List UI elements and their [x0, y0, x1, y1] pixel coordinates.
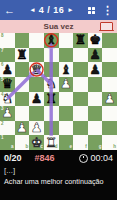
square-a5[interactable]: 5♛: [0, 77, 15, 92]
rank-label: 3: [1, 107, 4, 112]
square-a2[interactable]: 2: [0, 121, 15, 136]
file-label: e: [70, 145, 73, 150]
square-a6[interactable]: 6♟: [0, 62, 15, 77]
puzzle-counter: 4 / 16: [39, 5, 65, 15]
square-b1[interactable]: b: [15, 135, 30, 150]
piece-black-rook: ♜: [45, 92, 57, 106]
timer-group: 00:04: [79, 153, 113, 163]
square-h1[interactable]: h: [102, 135, 117, 150]
clock-icon: [79, 154, 88, 163]
square-f6[interactable]: [73, 62, 88, 77]
square-h6[interactable]: [102, 62, 117, 77]
score-counter: 0/20: [4, 153, 22, 163]
square-a3[interactable]: 3♟: [0, 106, 15, 121]
rank-label: 6: [1, 63, 4, 68]
square-h4[interactable]: ♟: [102, 92, 117, 107]
bottom-panel: 0/20 #846 00:04 [...] Achar uma melhor c…: [0, 150, 117, 200]
square-e7[interactable]: [59, 48, 74, 63]
square-b4[interactable]: [15, 92, 30, 107]
square-d2[interactable]: [44, 121, 59, 136]
square-e8[interactable]: [59, 33, 74, 48]
piece-white-knight: ♞: [45, 77, 57, 91]
moves-placeholder: [...]: [4, 166, 113, 175]
square-a8[interactable]: 8: [0, 33, 15, 48]
square-b2[interactable]: ♟: [15, 121, 30, 136]
engine-laptop-icon[interactable]: [100, 22, 113, 31]
piece-black-rook: ♜: [16, 48, 28, 62]
status-bar: Sua vez: [0, 20, 117, 33]
square-d5[interactable]: ♞: [44, 77, 59, 92]
square-f3[interactable]: [73, 106, 88, 121]
square-b8[interactable]: [15, 33, 30, 48]
square-g3[interactable]: [88, 106, 103, 121]
square-d3[interactable]: [44, 106, 59, 121]
file-label: h: [113, 145, 116, 150]
file-label: a: [11, 145, 14, 150]
rank-label: 7: [1, 49, 4, 54]
square-g2[interactable]: [88, 121, 103, 136]
square-g4[interactable]: [88, 92, 103, 107]
square-c5[interactable]: [29, 77, 44, 92]
square-a1[interactable]: 1a: [0, 135, 15, 150]
rank-label: 5: [1, 78, 4, 83]
square-e4[interactable]: [59, 92, 74, 107]
square-f1[interactable]: f: [73, 135, 88, 150]
rank-label: 2: [1, 122, 4, 127]
instruction-text: Achar uma melhor continuação: [4, 177, 113, 186]
square-e2[interactable]: [59, 121, 74, 136]
square-g1[interactable]: g: [88, 135, 103, 150]
square-c1[interactable]: c♚: [29, 135, 44, 150]
top-toolbar: ← ◄ 4 / 16 ► ⋮: [0, 0, 117, 20]
piece-white-pawn: ♟: [31, 121, 43, 135]
square-c6[interactable]: ♛: [29, 62, 44, 77]
square-f7[interactable]: [73, 48, 88, 63]
prev-puzzle-icon[interactable]: ◄: [29, 0, 35, 20]
square-g7[interactable]: ♟: [88, 48, 103, 63]
square-h5[interactable]: [102, 77, 117, 92]
puzzle-number: #846: [35, 153, 55, 163]
piece-black-pawn: ♟: [31, 92, 43, 106]
overflow-menu-icon[interactable]: ⋮: [102, 0, 113, 20]
piece-black-king: ♚: [89, 33, 101, 47]
square-h8[interactable]: [102, 33, 117, 48]
square-f4[interactable]: [73, 92, 88, 107]
back-arrow-icon[interactable]: ←: [4, 0, 15, 20]
piece-black-rook: ♜: [75, 33, 87, 47]
piece-white-queen: ♛: [31, 63, 43, 77]
square-d1[interactable]: d♜: [44, 135, 59, 150]
piece-black-bishop: ♝: [60, 63, 72, 77]
square-d7[interactable]: [44, 48, 59, 63]
chess-board: 8♝♜♚7♜♟6♟♛♝♟5♛♞♟4♞♟♜♟3♟2♟♟1abc♚d♜efgh: [0, 33, 117, 150]
square-g6[interactable]: ♟: [88, 62, 103, 77]
square-d4[interactable]: ♜: [44, 92, 59, 107]
square-f8[interactable]: ♜: [73, 33, 88, 48]
square-h7[interactable]: [102, 48, 117, 63]
square-e6[interactable]: ♝: [59, 62, 74, 77]
square-e3[interactable]: [59, 106, 74, 121]
square-g5[interactable]: [88, 77, 103, 92]
square-e1[interactable]: e: [59, 135, 74, 150]
rank-label: 8: [1, 34, 4, 39]
square-c2[interactable]: ♟: [29, 121, 44, 136]
square-f5[interactable]: [73, 77, 88, 92]
piece-white-pawn: ♟: [16, 121, 28, 135]
square-f2[interactable]: [73, 121, 88, 136]
file-label: b: [26, 145, 29, 150]
rank-label: 1: [1, 136, 4, 141]
elapsed-time: 00:04: [90, 153, 113, 163]
square-c8[interactable]: [29, 33, 44, 48]
square-b5[interactable]: [15, 77, 30, 92]
turn-status-text: Sua vez: [44, 22, 74, 31]
square-h2[interactable]: [102, 121, 117, 136]
square-c7[interactable]: [29, 48, 44, 63]
square-d8[interactable]: ♝: [44, 33, 59, 48]
piece-white-pawn: ♟: [60, 77, 72, 91]
square-c4[interactable]: ♟: [29, 92, 44, 107]
file-label: g: [99, 145, 102, 150]
puzzle-list-grid-icon[interactable]: [88, 7, 95, 14]
puzzle-navigation: ◄ 4 / 16 ►: [29, 0, 73, 20]
next-puzzle-icon[interactable]: ►: [67, 0, 73, 20]
square-b6[interactable]: [15, 62, 30, 77]
rank-label: 4: [1, 93, 4, 98]
file-label: f: [85, 145, 87, 150]
square-b7[interactable]: ♜: [15, 48, 30, 63]
piece-black-pawn: ♟: [89, 63, 101, 77]
square-g8[interactable]: ♚: [88, 33, 103, 48]
square-d6[interactable]: [44, 62, 59, 77]
square-c3[interactable]: [29, 106, 44, 121]
square-e5[interactable]: ♟: [59, 77, 74, 92]
file-label: c: [40, 145, 43, 150]
stats-row: 0/20 #846 00:04: [4, 153, 113, 163]
square-h3[interactable]: [102, 106, 117, 121]
file-label: d: [55, 145, 58, 150]
square-a7[interactable]: 7: [0, 48, 15, 63]
square-a4[interactable]: 4♞: [0, 92, 15, 107]
square-b3[interactable]: [15, 106, 30, 121]
piece-black-pawn: ♟: [89, 48, 101, 62]
piece-white-pawn: ♟: [104, 92, 116, 106]
piece-black-bishop: ♝: [45, 33, 57, 47]
